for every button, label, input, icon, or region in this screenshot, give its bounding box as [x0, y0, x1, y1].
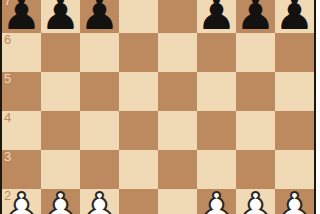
white-pawn-b2: ♟: [41, 189, 80, 214]
black-pawn-c7: ♟: [80, 0, 119, 33]
square-f2: ♟: [197, 189, 236, 214]
square-g6: [236, 33, 275, 72]
square-d5: [119, 72, 158, 111]
white-pawn-h2: ♟: [275, 189, 314, 214]
square-h4: [275, 111, 314, 150]
square-e3: [158, 150, 197, 189]
square-d3: [119, 150, 158, 189]
square-g2: ♟: [236, 189, 275, 214]
white-pawn-c2: ♟: [80, 189, 119, 214]
square-e7: [158, 0, 197, 33]
square-d4: [119, 111, 158, 150]
square-a4: 4: [2, 111, 41, 150]
black-pawn-h7: ♟: [275, 0, 314, 33]
white-pawn-a2: ♟: [2, 189, 41, 214]
square-b6: [41, 33, 80, 72]
rank-label-4: 4: [4, 111, 11, 125]
square-d2: [119, 189, 158, 214]
square-d7: [119, 0, 158, 33]
square-c4: [80, 111, 119, 150]
square-c2: ♟: [80, 189, 119, 214]
square-a7: 7♟: [2, 0, 41, 33]
square-f7: ♟: [197, 0, 236, 33]
square-c6: [80, 33, 119, 72]
square-b4: [41, 111, 80, 150]
square-g4: [236, 111, 275, 150]
square-h7: ♟: [275, 0, 314, 33]
white-pawn-g2: ♟: [236, 189, 275, 214]
square-h5: [275, 72, 314, 111]
black-pawn-g7: ♟: [236, 0, 275, 33]
black-pawn-f7: ♟: [197, 0, 236, 33]
square-g5: [236, 72, 275, 111]
white-pawn-f2: ♟: [197, 189, 236, 214]
square-f5: [197, 72, 236, 111]
rank-label-3: 3: [4, 150, 11, 164]
square-a5: 5: [2, 72, 41, 111]
rank-label-5: 5: [4, 72, 11, 86]
square-h6: [275, 33, 314, 72]
square-b7: ♟: [41, 0, 80, 33]
square-d6: [119, 33, 158, 72]
page-background: 87♟♟♟♟♟♟65432♟♟♟♟♟♟1: [0, 0, 320, 214]
black-pawn-b7: ♟: [41, 0, 80, 33]
square-b2: ♟: [41, 189, 80, 214]
square-e4: [158, 111, 197, 150]
square-h2: ♟: [275, 189, 314, 214]
square-f4: [197, 111, 236, 150]
square-b5: [41, 72, 80, 111]
square-e6: [158, 33, 197, 72]
square-a6: 6: [2, 33, 41, 72]
square-g7: ♟: [236, 0, 275, 33]
square-e2: [158, 189, 197, 214]
square-e5: [158, 72, 197, 111]
black-pawn-a7: ♟: [2, 0, 41, 33]
square-c5: [80, 72, 119, 111]
square-a2: 2♟: [2, 189, 41, 214]
square-f6: [197, 33, 236, 72]
chessboard: 87♟♟♟♟♟♟65432♟♟♟♟♟♟1: [0, 0, 316, 214]
rank-label-6: 6: [4, 33, 11, 47]
square-c7: ♟: [80, 0, 119, 33]
